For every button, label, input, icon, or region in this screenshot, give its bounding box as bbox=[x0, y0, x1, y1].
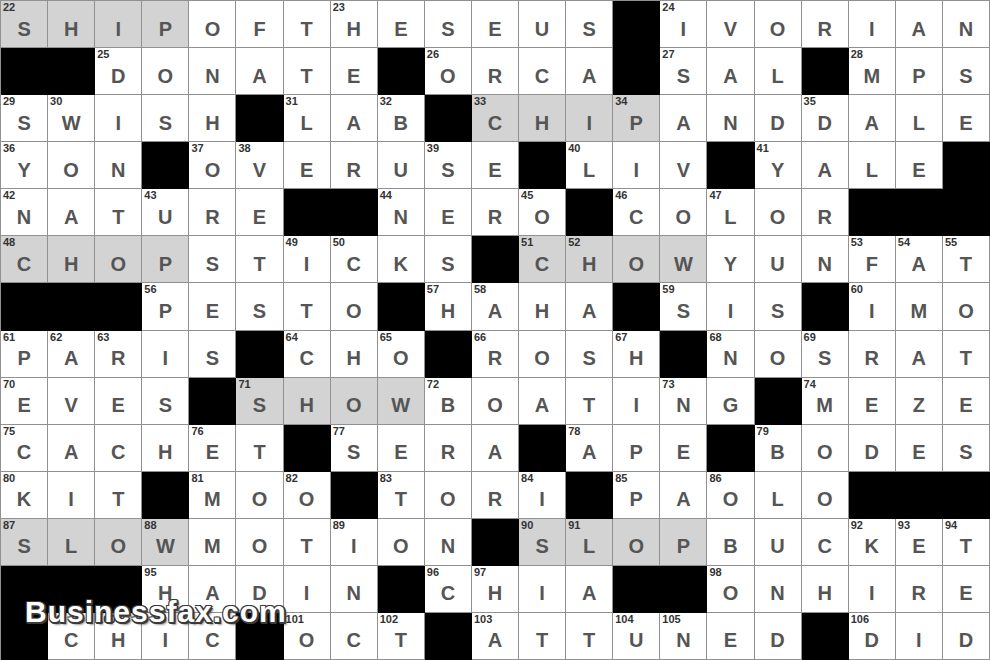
cell-r3c14[interactable]: 34P bbox=[613, 95, 660, 142]
cell-r9c14[interactable]: I bbox=[613, 378, 660, 425]
cell-letter: A bbox=[896, 11, 942, 47]
cell-r5c14[interactable]: 46C bbox=[613, 189, 660, 236]
cell-r9c10[interactable]: 72B bbox=[425, 378, 472, 425]
cell-r5c17[interactable]: O bbox=[755, 189, 802, 236]
cell-r12c1[interactable]: 87S bbox=[1, 519, 48, 566]
cell-letter: A bbox=[849, 105, 895, 141]
cell-r3c16[interactable]: N bbox=[707, 95, 754, 142]
cell-r12c13[interactable]: 91L bbox=[566, 519, 613, 566]
cell-letter: T bbox=[284, 58, 330, 94]
cell-r8c13[interactable]: S bbox=[566, 331, 613, 378]
cell-r14c11[interactable]: 103A bbox=[472, 613, 519, 660]
cell-r12c18[interactable]: C bbox=[802, 519, 849, 566]
cell-r9c8[interactable]: O bbox=[331, 378, 378, 425]
cell-r12c2[interactable]: L bbox=[48, 519, 95, 566]
cell-r14c8[interactable]: C bbox=[331, 613, 378, 660]
cell-r5c3[interactable]: T bbox=[95, 189, 142, 236]
cell-letter: R bbox=[95, 341, 141, 377]
cell-r4c18[interactable]: A bbox=[802, 142, 849, 189]
cell-letter: W bbox=[142, 529, 188, 565]
cell-r12c6[interactable]: O bbox=[236, 519, 283, 566]
cell-r8c18[interactable]: 69S bbox=[802, 331, 849, 378]
cell-letter: N bbox=[802, 246, 848, 282]
cell-r6c3[interactable]: O bbox=[95, 236, 142, 283]
cell-letter: S bbox=[189, 341, 235, 377]
cell-r1c15[interactable]: 24I bbox=[660, 1, 707, 48]
cell-r6c11 bbox=[472, 236, 519, 283]
cell-letter: O bbox=[660, 199, 706, 235]
cell-r6c9[interactable]: K bbox=[378, 236, 425, 283]
cell-r8c5[interactable]: S bbox=[189, 331, 236, 378]
cell-r10c13[interactable]: 78A bbox=[566, 425, 613, 472]
cell-r1c2[interactable]: H bbox=[48, 1, 95, 48]
cell-r8c17[interactable]: O bbox=[755, 331, 802, 378]
cell-letter: C bbox=[95, 435, 141, 471]
cell-r1c13[interactable]: S bbox=[566, 1, 613, 48]
cell-r9c7[interactable]: H bbox=[284, 378, 331, 425]
cell-r3c21[interactable]: E bbox=[943, 95, 990, 142]
cell-r13c8[interactable]: N bbox=[331, 566, 378, 613]
cell-letter: E bbox=[472, 152, 518, 188]
cell-letter: T bbox=[943, 529, 989, 565]
cell-r10c17[interactable]: 79B bbox=[755, 425, 802, 472]
cell-r12c19[interactable]: 92K bbox=[849, 519, 896, 566]
cell-letter: U bbox=[519, 11, 565, 47]
cell-r6c4[interactable]: P bbox=[142, 236, 189, 283]
cell-r13c17[interactable]: N bbox=[755, 566, 802, 613]
cell-r12c21[interactable]: 94T bbox=[943, 519, 990, 566]
cell-r6c20[interactable]: 54A bbox=[896, 236, 943, 283]
cell-r4c9[interactable]: U bbox=[378, 142, 425, 189]
cell-r3c12[interactable]: H bbox=[519, 95, 566, 142]
cell-r13c11[interactable]: 97H bbox=[472, 566, 519, 613]
cell-r5c15[interactable]: O bbox=[660, 189, 707, 236]
cell-r12c4[interactable]: 88W bbox=[142, 519, 189, 566]
cell-r5c11[interactable]: R bbox=[472, 189, 519, 236]
cell-r11c3[interactable]: T bbox=[95, 472, 142, 519]
cell-r5c18[interactable]: R bbox=[802, 189, 849, 236]
cell-r3c8[interactable]: A bbox=[331, 95, 378, 142]
cell-r10c9[interactable]: E bbox=[378, 425, 425, 472]
cell-r6c16[interactable]: Y bbox=[707, 236, 754, 283]
cell-r6c18[interactable]: N bbox=[802, 236, 849, 283]
cell-letter: K bbox=[1, 482, 47, 518]
cell-r10c4[interactable]: H bbox=[142, 425, 189, 472]
crossword-grid: 22SHIPOFT23HESEUS24IVORIAN25DONATE26ORCA… bbox=[0, 0, 990, 660]
cell-letter: C bbox=[519, 246, 565, 282]
cell-r5c6[interactable]: E bbox=[236, 189, 283, 236]
cell-letter: E bbox=[331, 58, 377, 94]
cell-r4c2[interactable]: O bbox=[48, 142, 95, 189]
cell-r9c12[interactable]: A bbox=[519, 378, 566, 425]
cell-r10c14[interactable]: P bbox=[613, 425, 660, 472]
cell-letter: T bbox=[378, 623, 424, 659]
cell-letter: U bbox=[755, 246, 801, 282]
cell-letter: D bbox=[95, 58, 141, 94]
cell-r4c5[interactable]: 37O bbox=[189, 142, 236, 189]
cell-r14c13[interactable]: T bbox=[566, 613, 613, 660]
cell-r9c20[interactable]: Z bbox=[896, 378, 943, 425]
cell-r4c3[interactable]: N bbox=[95, 142, 142, 189]
cell-r2c17[interactable]: L bbox=[755, 48, 802, 95]
cell-r4c6[interactable]: 38V bbox=[236, 142, 283, 189]
cell-r10c15[interactable]: E bbox=[660, 425, 707, 472]
cell-r8c9[interactable]: 65O bbox=[378, 331, 425, 378]
cell-r1c8[interactable]: 23H bbox=[331, 1, 378, 48]
cell-r6c1[interactable]: 48C bbox=[1, 236, 48, 283]
cell-r12c7[interactable]: T bbox=[284, 519, 331, 566]
cell-letter: S bbox=[566, 11, 612, 47]
cell-r5c10[interactable]: E bbox=[425, 189, 472, 236]
cell-r3c4[interactable]: S bbox=[142, 95, 189, 142]
cell-r1c7[interactable]: T bbox=[284, 1, 331, 48]
cell-letter: R bbox=[472, 58, 518, 94]
cell-r4c14[interactable]: I bbox=[613, 142, 660, 189]
cell-r12c10[interactable]: N bbox=[425, 519, 472, 566]
cell-r3c1[interactable]: 29S bbox=[1, 95, 48, 142]
cell-r7c13[interactable]: A bbox=[566, 283, 613, 330]
cell-r12c15[interactable]: P bbox=[660, 519, 707, 566]
cell-r11c12[interactable]: 84I bbox=[519, 472, 566, 519]
cell-r6c14[interactable]: O bbox=[613, 236, 660, 283]
cell-r5c4[interactable]: 43U bbox=[142, 189, 189, 236]
cell-letter: T bbox=[566, 388, 612, 424]
cell-r10c10[interactable]: R bbox=[425, 425, 472, 472]
cell-letter: V bbox=[236, 152, 282, 188]
cell-letter: M bbox=[802, 388, 848, 424]
cell-r10c5[interactable]: 76E bbox=[189, 425, 236, 472]
cell-r7c21[interactable]: O bbox=[943, 283, 990, 330]
cell-r4c17[interactable]: 41Y bbox=[755, 142, 802, 189]
cell-r13c20[interactable]: R bbox=[896, 566, 943, 613]
cell-r10c11[interactable]: A bbox=[472, 425, 519, 472]
cell-r7c5[interactable]: E bbox=[189, 283, 236, 330]
cell-letter: O bbox=[802, 435, 848, 471]
cell-r14c12[interactable]: T bbox=[519, 613, 566, 660]
cell-r13c13[interactable]: A bbox=[566, 566, 613, 613]
cell-r11c5[interactable]: 81M bbox=[189, 472, 236, 519]
cell-r7c16[interactable]: I bbox=[707, 283, 754, 330]
cell-r2c18 bbox=[802, 48, 849, 95]
cell-r3c5[interactable]: H bbox=[189, 95, 236, 142]
cell-letter: C bbox=[472, 105, 518, 141]
cell-r6c5[interactable]: S bbox=[189, 236, 236, 283]
cell-r6c6[interactable]: T bbox=[236, 236, 283, 283]
cell-r2c4[interactable]: O bbox=[142, 48, 189, 95]
cell-r11c16[interactable]: 86O bbox=[707, 472, 754, 519]
cell-r3c18[interactable]: 35D bbox=[802, 95, 849, 142]
cell-r5c12[interactable]: 45O bbox=[519, 189, 566, 236]
cell-r11c10[interactable]: O bbox=[425, 472, 472, 519]
cell-r6c13[interactable]: 52H bbox=[566, 236, 613, 283]
cell-letter: I bbox=[613, 152, 659, 188]
cell-r2c16[interactable]: A bbox=[707, 48, 754, 95]
cell-r3c13[interactable]: I bbox=[566, 95, 613, 142]
cell-r12c16[interactable]: B bbox=[707, 519, 754, 566]
cell-r2c5[interactable]: N bbox=[189, 48, 236, 95]
cell-r10c8[interactable]: 77S bbox=[331, 425, 378, 472]
cell-r5c16[interactable]: 47L bbox=[707, 189, 754, 236]
cell-r13c21[interactable]: E bbox=[943, 566, 990, 613]
cell-letter: E bbox=[1, 388, 47, 424]
cell-r1c18[interactable]: R bbox=[802, 1, 849, 48]
cell-letter: R bbox=[849, 341, 895, 377]
cell-r5c5[interactable]: R bbox=[189, 189, 236, 236]
cell-r1c19[interactable]: I bbox=[849, 1, 896, 48]
cell-r1c12[interactable]: U bbox=[519, 1, 566, 48]
cell-r1c6[interactable]: F bbox=[236, 1, 283, 48]
cell-r2c10[interactable]: 26O bbox=[425, 48, 472, 95]
cell-r10c18[interactable]: O bbox=[802, 425, 849, 472]
cell-r8c20[interactable]: A bbox=[896, 331, 943, 378]
cell-r6c17[interactable]: U bbox=[755, 236, 802, 283]
cell-r10c21[interactable]: S bbox=[943, 425, 990, 472]
cell-r4c1[interactable]: 36Y bbox=[1, 142, 48, 189]
cell-r3c7[interactable]: 31L bbox=[284, 95, 331, 142]
cell-r12c8[interactable]: 89I bbox=[331, 519, 378, 566]
cell-letter: U bbox=[755, 529, 801, 565]
cell-r1c3[interactable]: I bbox=[95, 1, 142, 48]
cell-r7c6[interactable]: S bbox=[236, 283, 283, 330]
cell-r9c6[interactable]: 71S bbox=[236, 378, 283, 425]
cell-r2c8[interactable]: E bbox=[331, 48, 378, 95]
cell-r4c20[interactable]: E bbox=[896, 142, 943, 189]
cell-r1c17[interactable]: O bbox=[755, 1, 802, 48]
cell-r13c18[interactable]: H bbox=[802, 566, 849, 613]
cell-r13c12[interactable]: I bbox=[519, 566, 566, 613]
cell-r11c15[interactable]: A bbox=[660, 472, 707, 519]
cell-r10c2[interactable]: A bbox=[48, 425, 95, 472]
cell-r13c16[interactable]: 98O bbox=[707, 566, 754, 613]
cell-r8c3[interactable]: 63R bbox=[95, 331, 142, 378]
cell-letter: A bbox=[331, 105, 377, 141]
cell-letter: N bbox=[1, 199, 47, 235]
cell-letter: E bbox=[707, 623, 753, 659]
cell-r12c12[interactable]: 90S bbox=[519, 519, 566, 566]
cell-r13c19[interactable]: I bbox=[849, 566, 896, 613]
cell-r1c5[interactable]: O bbox=[189, 1, 236, 48]
cell-r3c11[interactable]: 33C bbox=[472, 95, 519, 142]
cell-letter: S bbox=[1, 105, 47, 141]
cell-r2c7[interactable]: T bbox=[284, 48, 331, 95]
cell-r14c19[interactable]: 106D bbox=[849, 613, 896, 660]
cell-r3c15[interactable]: A bbox=[660, 95, 707, 142]
cell-r1c16[interactable]: V bbox=[707, 1, 754, 48]
cell-r5c2[interactable]: A bbox=[48, 189, 95, 236]
cell-r2c20[interactable]: P bbox=[896, 48, 943, 95]
cell-letter: S bbox=[236, 293, 282, 329]
cell-r10c20[interactable]: E bbox=[896, 425, 943, 472]
cell-r4c11[interactable]: E bbox=[472, 142, 519, 189]
cell-r6c2[interactable]: H bbox=[48, 236, 95, 283]
cell-r6c21[interactable]: 55T bbox=[943, 236, 990, 283]
cell-r8c11[interactable]: 66R bbox=[472, 331, 519, 378]
cell-r8c7[interactable]: 64C bbox=[284, 331, 331, 378]
cell-r4c10[interactable]: 39S bbox=[425, 142, 472, 189]
cell-r10c3[interactable]: C bbox=[95, 425, 142, 472]
cell-r11c6[interactable]: O bbox=[236, 472, 283, 519]
cell-letter: I bbox=[284, 576, 330, 612]
cell-r7c11[interactable]: 58A bbox=[472, 283, 519, 330]
cell-r1c9[interactable]: E bbox=[378, 1, 425, 48]
cell-r6c10[interactable]: S bbox=[425, 236, 472, 283]
cell-r9c16[interactable]: G bbox=[707, 378, 754, 425]
cell-r7c4[interactable]: 56P bbox=[142, 283, 189, 330]
cell-letter: L bbox=[707, 199, 753, 235]
cell-r6c8[interactable]: 50C bbox=[331, 236, 378, 283]
cell-r14c20[interactable]: I bbox=[896, 613, 943, 660]
cell-r1c20[interactable]: A bbox=[896, 1, 943, 48]
cell-r7c20[interactable]: M bbox=[896, 283, 943, 330]
cell-letter: S bbox=[1, 529, 47, 565]
cell-r3c6 bbox=[236, 95, 283, 142]
cell-r11c1[interactable]: 80K bbox=[1, 472, 48, 519]
cell-r9c4[interactable]: S bbox=[142, 378, 189, 425]
cell-r8c19[interactable]: R bbox=[849, 331, 896, 378]
cell-letter: Y bbox=[1, 152, 47, 188]
cell-r8c4[interactable]: I bbox=[142, 331, 189, 378]
cell-r9c21[interactable]: E bbox=[943, 378, 990, 425]
cell-r3c20[interactable]: L bbox=[896, 95, 943, 142]
cell-r5c1[interactable]: 42N bbox=[1, 189, 48, 236]
cell-letter: E bbox=[849, 388, 895, 424]
cell-letter: O bbox=[707, 576, 753, 612]
cell-r9c11[interactable]: O bbox=[472, 378, 519, 425]
cell-letter: O bbox=[236, 482, 282, 518]
cell-r12c3[interactable]: O bbox=[95, 519, 142, 566]
cell-r8c8[interactable]: H bbox=[331, 331, 378, 378]
cell-r13c7[interactable]: I bbox=[284, 566, 331, 613]
cell-r9c9[interactable]: W bbox=[378, 378, 425, 425]
cell-r6c12[interactable]: 51C bbox=[519, 236, 566, 283]
cell-r9c2[interactable]: V bbox=[48, 378, 95, 425]
cell-r13c10[interactable]: 96C bbox=[425, 566, 472, 613]
cell-r14c7[interactable]: 101O bbox=[284, 613, 331, 660]
cell-r14c17[interactable]: D bbox=[755, 613, 802, 660]
cell-r8c2[interactable]: 62A bbox=[48, 331, 95, 378]
cell-letter: M bbox=[896, 293, 942, 329]
cell-r8c16[interactable]: 68N bbox=[707, 331, 754, 378]
cell-r12c5[interactable]: M bbox=[189, 519, 236, 566]
cell-letter: Z bbox=[896, 388, 942, 424]
cell-r5c9[interactable]: 44N bbox=[378, 189, 425, 236]
cell-letter: N bbox=[660, 388, 706, 424]
cell-letter: E bbox=[378, 11, 424, 47]
cell-r5c8 bbox=[331, 189, 378, 236]
cell-r6c19[interactable]: 53F bbox=[849, 236, 896, 283]
cell-r9c18[interactable]: 74M bbox=[802, 378, 849, 425]
cell-r12c20[interactable]: 93E bbox=[896, 519, 943, 566]
cell-r12c9[interactable]: O bbox=[378, 519, 425, 566]
cell-letter: I bbox=[849, 293, 895, 329]
cell-r14c15[interactable]: 105N bbox=[660, 613, 707, 660]
cell-r9c1[interactable]: 70E bbox=[1, 378, 48, 425]
cell-r4c19[interactable]: L bbox=[849, 142, 896, 189]
cell-r14c9[interactable]: 102T bbox=[378, 613, 425, 660]
cell-r4c4 bbox=[142, 142, 189, 189]
cell-r7c15[interactable]: 59S bbox=[660, 283, 707, 330]
cell-r9c19[interactable]: E bbox=[849, 378, 896, 425]
cell-r8c1[interactable]: 61P bbox=[1, 331, 48, 378]
cell-r7c19[interactable]: 60I bbox=[849, 283, 896, 330]
cell-r11c11[interactable]: R bbox=[472, 472, 519, 519]
cell-r6c7[interactable]: 49I bbox=[284, 236, 331, 283]
cell-r4c13[interactable]: 40L bbox=[566, 142, 613, 189]
cell-r10c6[interactable]: T bbox=[236, 425, 283, 472]
cell-r7c10[interactable]: 57H bbox=[425, 283, 472, 330]
cell-r1c21[interactable]: N bbox=[943, 1, 990, 48]
cell-r4c8[interactable]: R bbox=[331, 142, 378, 189]
cell-r4c7[interactable]: E bbox=[284, 142, 331, 189]
cell-r11c9[interactable]: 83T bbox=[378, 472, 425, 519]
cell-r8c21[interactable]: T bbox=[943, 331, 990, 378]
cell-r14c14[interactable]: 104U bbox=[613, 613, 660, 660]
cell-r8c14[interactable]: 67H bbox=[613, 331, 660, 378]
cell-r11c2[interactable]: I bbox=[48, 472, 95, 519]
cell-r14c16[interactable]: E bbox=[707, 613, 754, 660]
cell-letter: S bbox=[189, 246, 235, 282]
cell-r7c12[interactable]: H bbox=[519, 283, 566, 330]
cell-r7c17[interactable]: S bbox=[755, 283, 802, 330]
cell-r10c1[interactable]: 75C bbox=[1, 425, 48, 472]
cell-letter: R bbox=[331, 152, 377, 188]
cell-r1c10[interactable]: S bbox=[425, 1, 472, 48]
cell-r12c17[interactable]: U bbox=[755, 519, 802, 566]
cell-r3c2[interactable]: 30W bbox=[48, 95, 95, 142]
cell-r1c1[interactable]: 22S bbox=[1, 1, 48, 48]
cell-r11c14[interactable]: 85P bbox=[613, 472, 660, 519]
cell-r2c15[interactable]: 27S bbox=[660, 48, 707, 95]
cell-r10c19[interactable]: D bbox=[849, 425, 896, 472]
cell-r7c7[interactable]: T bbox=[284, 283, 331, 330]
cell-r2c13[interactable]: A bbox=[566, 48, 613, 95]
cell-r1c4[interactable]: P bbox=[142, 1, 189, 48]
cell-letter: P bbox=[613, 482, 659, 518]
cell-r2c6[interactable]: A bbox=[236, 48, 283, 95]
cell-r7c8[interactable]: O bbox=[331, 283, 378, 330]
cell-r2c12[interactable]: C bbox=[519, 48, 566, 95]
cell-r14c21[interactable]: D bbox=[943, 613, 990, 660]
cell-r9c13[interactable]: T bbox=[566, 378, 613, 425]
cell-letter: H bbox=[613, 341, 659, 377]
cell-letter: E bbox=[472, 11, 518, 47]
cell-r2c11[interactable]: R bbox=[472, 48, 519, 95]
cell-r1c11[interactable]: E bbox=[472, 1, 519, 48]
cell-r6c15[interactable]: W bbox=[660, 236, 707, 283]
cell-r3c9[interactable]: 32B bbox=[378, 95, 425, 142]
cell-r3c19[interactable]: A bbox=[849, 95, 896, 142]
cell-letter: O bbox=[707, 482, 753, 518]
cell-letter: D bbox=[943, 623, 989, 659]
cell-r12c14[interactable]: O bbox=[613, 519, 660, 566]
cell-letter: S bbox=[1, 11, 47, 47]
cell-r11c18[interactable]: O bbox=[802, 472, 849, 519]
cell-r2c21[interactable]: S bbox=[943, 48, 990, 95]
cell-r2c3[interactable]: 25D bbox=[95, 48, 142, 95]
cell-r9c3[interactable]: E bbox=[95, 378, 142, 425]
cell-r3c3[interactable]: I bbox=[95, 95, 142, 142]
cell-letter: A bbox=[566, 58, 612, 94]
cell-r3c17[interactable]: D bbox=[755, 95, 802, 142]
cell-r2c19[interactable]: 28M bbox=[849, 48, 896, 95]
cell-letter: A bbox=[566, 435, 612, 471]
cell-r11c17[interactable]: L bbox=[755, 472, 802, 519]
cell-r9c15[interactable]: 73N bbox=[660, 378, 707, 425]
cell-r4c15[interactable]: V bbox=[660, 142, 707, 189]
cell-letter: A bbox=[802, 152, 848, 188]
cell-r8c12[interactable]: O bbox=[519, 331, 566, 378]
cell-r11c7[interactable]: 82O bbox=[284, 472, 331, 519]
